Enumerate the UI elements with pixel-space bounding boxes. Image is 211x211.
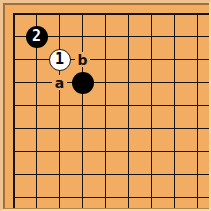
board-point: [71, 71, 94, 94]
point-label-a: a: [52, 75, 67, 90]
board-point: a: [48, 71, 71, 94]
point-label-b: b: [75, 52, 90, 67]
go-board: 21ab: [5, 5, 209, 208]
board-grid: 21ab: [5, 5, 209, 208]
diagram-frame-inner: 21ab: [3, 3, 209, 209]
board-point: 2: [25, 25, 48, 48]
board-point: b: [71, 48, 94, 71]
diagram-frame: 21ab: [0, 0, 211, 211]
black-stone: [72, 72, 94, 94]
black-stone: 2: [26, 26, 48, 48]
board-point: 1: [48, 48, 71, 71]
white-stone: 1: [49, 49, 71, 71]
